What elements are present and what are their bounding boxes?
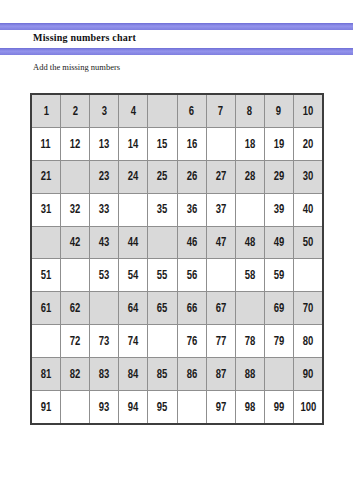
cell-number: 8 [247, 105, 252, 118]
cell-number: 1 [43, 105, 48, 118]
cell-number: 77 [215, 335, 226, 348]
cell-number: 25 [157, 170, 168, 183]
cell-number: 99 [274, 401, 285, 414]
grid-cell: 40 [294, 194, 322, 226]
empty-cell[interactable] [178, 391, 206, 423]
empty-cell[interactable] [148, 325, 176, 357]
empty-cell[interactable] [148, 95, 176, 127]
cell-number: 23 [99, 170, 110, 183]
cell-number: 88 [244, 368, 255, 381]
cell-number: 62 [70, 302, 81, 315]
cell-number: 85 [157, 368, 168, 381]
grid-cell: 13 [90, 128, 118, 160]
cell-number: 98 [244, 401, 255, 414]
cell-number: 53 [99, 269, 110, 282]
grid-cell: 6 [178, 95, 206, 127]
grid-cell: 33 [90, 194, 118, 226]
grid-cell: 26 [178, 161, 206, 193]
grid-cell: 42 [61, 227, 89, 259]
cell-number: 73 [99, 335, 110, 348]
empty-cell[interactable] [236, 292, 264, 324]
cell-number: 20 [303, 138, 314, 151]
grid-cell: 27 [207, 161, 235, 193]
cell-number: 67 [215, 302, 226, 315]
grid-cell: 24 [119, 161, 147, 193]
grid-cell: 37 [207, 194, 235, 226]
cell-number: 65 [157, 302, 168, 315]
cell-number: 51 [41, 269, 52, 282]
worksheet-page: Missing numbers chart Add the missing nu… [0, 0, 353, 500]
cell-number: 97 [215, 401, 226, 414]
grid-cell: 76 [178, 325, 206, 357]
instruction-text: Add the missing numbers [33, 62, 120, 72]
grid-cell: 7 [207, 95, 235, 127]
grid-cell: 51 [32, 259, 60, 291]
grid-cell: 12 [61, 128, 89, 160]
empty-cell[interactable] [148, 227, 176, 259]
grid-cell: 93 [90, 391, 118, 423]
grid-cell: 78 [236, 325, 264, 357]
grid-cell: 28 [236, 161, 264, 193]
grid-cell: 8 [236, 95, 264, 127]
grid-cell: 82 [61, 358, 89, 390]
cell-number: 47 [215, 236, 226, 249]
cell-number: 54 [128, 269, 139, 282]
cell-number: 4 [131, 105, 136, 118]
cell-number: 87 [215, 368, 226, 381]
grid-cell: 9 [265, 95, 293, 127]
grid-cell: 73 [90, 325, 118, 357]
empty-cell[interactable] [61, 391, 89, 423]
grid-cell: 94 [119, 391, 147, 423]
grid-cell: 55 [148, 259, 176, 291]
grid-cell: 56 [178, 259, 206, 291]
cell-number: 64 [128, 302, 139, 315]
grid-cell: 95 [148, 391, 176, 423]
empty-cell[interactable] [32, 325, 60, 357]
cell-number: 82 [70, 368, 81, 381]
grid-cell: 50 [294, 227, 322, 259]
cell-number: 93 [99, 401, 110, 414]
cell-number: 58 [244, 269, 255, 282]
grid-cell: 67 [207, 292, 235, 324]
cell-number: 66 [186, 302, 197, 315]
cell-number: 80 [303, 335, 314, 348]
grid-cell: 32 [61, 194, 89, 226]
grid-cell: 31 [32, 194, 60, 226]
cell-number: 9 [276, 105, 281, 118]
empty-cell[interactable] [61, 259, 89, 291]
cell-number: 91 [41, 401, 52, 414]
grid-cell: 97 [207, 391, 235, 423]
grid-cell: 23 [90, 161, 118, 193]
cell-number: 90 [303, 368, 314, 381]
cell-number: 10 [303, 105, 314, 118]
grid-cell: 29 [265, 161, 293, 193]
empty-cell[interactable] [61, 161, 89, 193]
grid-cell: 61 [32, 292, 60, 324]
cell-number: 30 [303, 170, 314, 183]
grid-cell: 1 [32, 95, 60, 127]
grid-cell: 100 [294, 391, 322, 423]
grid-cell: 16 [178, 128, 206, 160]
grid-cell: 25 [148, 161, 176, 193]
grid-cell: 10 [294, 95, 322, 127]
cell-number: 11 [41, 138, 51, 151]
cell-number: 13 [99, 138, 110, 151]
cell-number: 31 [41, 203, 52, 216]
cell-number: 83 [99, 368, 110, 381]
grid-cell: 86 [178, 358, 206, 390]
grid-cell: 72 [61, 325, 89, 357]
header-bar-bottom [0, 48, 353, 55]
cell-number: 74 [128, 335, 139, 348]
empty-cell[interactable] [119, 194, 147, 226]
empty-cell[interactable] [207, 128, 235, 160]
cell-number: 21 [41, 170, 52, 183]
grid-cell: 18 [236, 128, 264, 160]
grid-cell: 53 [90, 259, 118, 291]
cell-number: 42 [70, 236, 81, 249]
cell-number: 61 [41, 302, 52, 315]
grid-cell: 35 [148, 194, 176, 226]
cell-number: 49 [274, 236, 285, 249]
empty-cell[interactable] [90, 292, 118, 324]
cell-number: 39 [274, 203, 285, 216]
grid-cell: 74 [119, 325, 147, 357]
grid-cell: 49 [265, 227, 293, 259]
grid-cell: 59 [265, 259, 293, 291]
grid-cell: 66 [178, 292, 206, 324]
grid-cell: 81 [32, 358, 60, 390]
cell-number: 35 [157, 203, 168, 216]
grid-cell: 85 [148, 358, 176, 390]
empty-cell[interactable] [207, 259, 235, 291]
cell-number: 12 [70, 138, 81, 151]
grid-cell: 21 [32, 161, 60, 193]
cell-number: 94 [128, 401, 139, 414]
cell-number: 70 [303, 302, 314, 315]
cell-number: 78 [244, 335, 255, 348]
grid-cell: 43 [90, 227, 118, 259]
grid-cell: 11 [32, 128, 60, 160]
grid-cell: 14 [119, 128, 147, 160]
cell-number: 72 [70, 335, 81, 348]
page-title: Missing numbers chart [33, 32, 136, 43]
empty-cell[interactable] [265, 358, 293, 390]
cell-number: 19 [274, 138, 285, 151]
empty-cell[interactable] [32, 227, 60, 259]
grid-cell: 19 [265, 128, 293, 160]
grid-cell: 15 [148, 128, 176, 160]
cell-number: 100 [300, 401, 316, 414]
grid-cell: 36 [178, 194, 206, 226]
grid-cell: 91 [32, 391, 60, 423]
cell-number: 28 [244, 170, 255, 183]
cell-number: 84 [128, 368, 139, 381]
grid-cell: 39 [265, 194, 293, 226]
grid-cell: 62 [61, 292, 89, 324]
grid-cell: 2 [61, 95, 89, 127]
grid-cell: 69 [265, 292, 293, 324]
cell-number: 81 [41, 368, 52, 381]
cell-number: 40 [303, 203, 314, 216]
cell-number: 37 [215, 203, 226, 216]
grid-cell: 48 [236, 227, 264, 259]
grid-cell: 77 [207, 325, 235, 357]
grid-cell: 90 [294, 358, 322, 390]
grid-cell: 54 [119, 259, 147, 291]
grid-cell: 99 [265, 391, 293, 423]
cell-number: 33 [99, 203, 110, 216]
cell-number: 24 [128, 170, 139, 183]
grid-cell: 88 [236, 358, 264, 390]
grid-cell: 98 [236, 391, 264, 423]
cell-number: 76 [186, 335, 197, 348]
cell-number: 95 [157, 401, 168, 414]
header-bar-top [0, 23, 353, 30]
grid-cell: 64 [119, 292, 147, 324]
empty-cell[interactable] [294, 259, 322, 291]
cell-number: 32 [70, 203, 81, 216]
cell-number: 26 [186, 170, 197, 183]
cell-number: 14 [128, 138, 139, 151]
cell-number: 15 [157, 138, 168, 151]
cell-number: 55 [157, 269, 168, 282]
grid-cell: 79 [265, 325, 293, 357]
grid-cell: 30 [294, 161, 322, 193]
cell-number: 44 [128, 236, 139, 249]
cell-number: 79 [274, 335, 285, 348]
cell-number: 3 [102, 105, 107, 118]
grid-cell: 44 [119, 227, 147, 259]
cell-number: 29 [274, 170, 285, 183]
cell-number: 16 [186, 138, 197, 151]
grid-cell: 70 [294, 292, 322, 324]
cell-number: 46 [186, 236, 197, 249]
grid-cell: 20 [294, 128, 322, 160]
grid-cell: 65 [148, 292, 176, 324]
grid-cell: 3 [90, 95, 118, 127]
grid-cell: 83 [90, 358, 118, 390]
cell-number: 2 [72, 105, 77, 118]
grid-cell: 58 [236, 259, 264, 291]
grid-cell: 46 [178, 227, 206, 259]
cell-number: 43 [99, 236, 110, 249]
grid-cell: 4 [119, 95, 147, 127]
cell-number: 27 [215, 170, 226, 183]
cell-number: 36 [186, 203, 197, 216]
grid-cell: 80 [294, 325, 322, 357]
grid-cell: 84 [119, 358, 147, 390]
cell-number: 69 [274, 302, 285, 315]
cell-number: 59 [274, 269, 285, 282]
cell-number: 7 [218, 105, 223, 118]
cell-number: 6 [189, 105, 194, 118]
cell-number: 86 [186, 368, 197, 381]
grid-cell: 87 [207, 358, 235, 390]
number-grid: 1234678910111213141516181920212324252627… [30, 93, 324, 425]
cell-number: 18 [244, 138, 255, 151]
cell-number: 56 [186, 269, 197, 282]
cell-number: 48 [244, 236, 255, 249]
cell-number: 50 [303, 236, 314, 249]
empty-cell[interactable] [236, 194, 264, 226]
grid-cell: 47 [207, 227, 235, 259]
